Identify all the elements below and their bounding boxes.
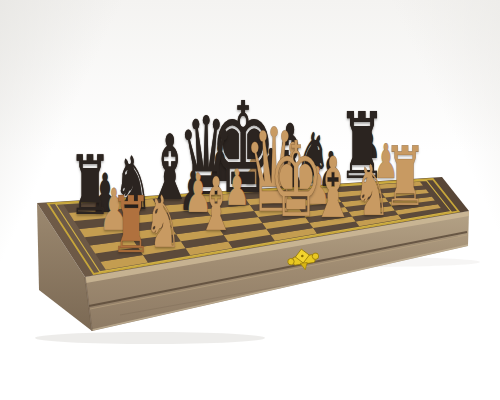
piece-white-bishop-f1: ♝ (311, 146, 355, 230)
piece-white-knight-g1: ♞ (354, 156, 390, 226)
piece-white-rook-a1: ♜ (111, 186, 152, 264)
chess-set-product-photo: ♟♟♜♟♟♞♟♟♝♚♛♝♟♟♜♞♟♛♟♟♜♚♞♝♝♟♞♜ (0, 0, 500, 400)
pieces-layer: ♟♟♜♟♟♞♟♟♝♚♛♝♟♟♜♞♟♛♟♟♜♚♞♝♝♟♞♜ (0, 0, 500, 400)
piece-white-bishop-c1: ♝ (197, 167, 235, 241)
